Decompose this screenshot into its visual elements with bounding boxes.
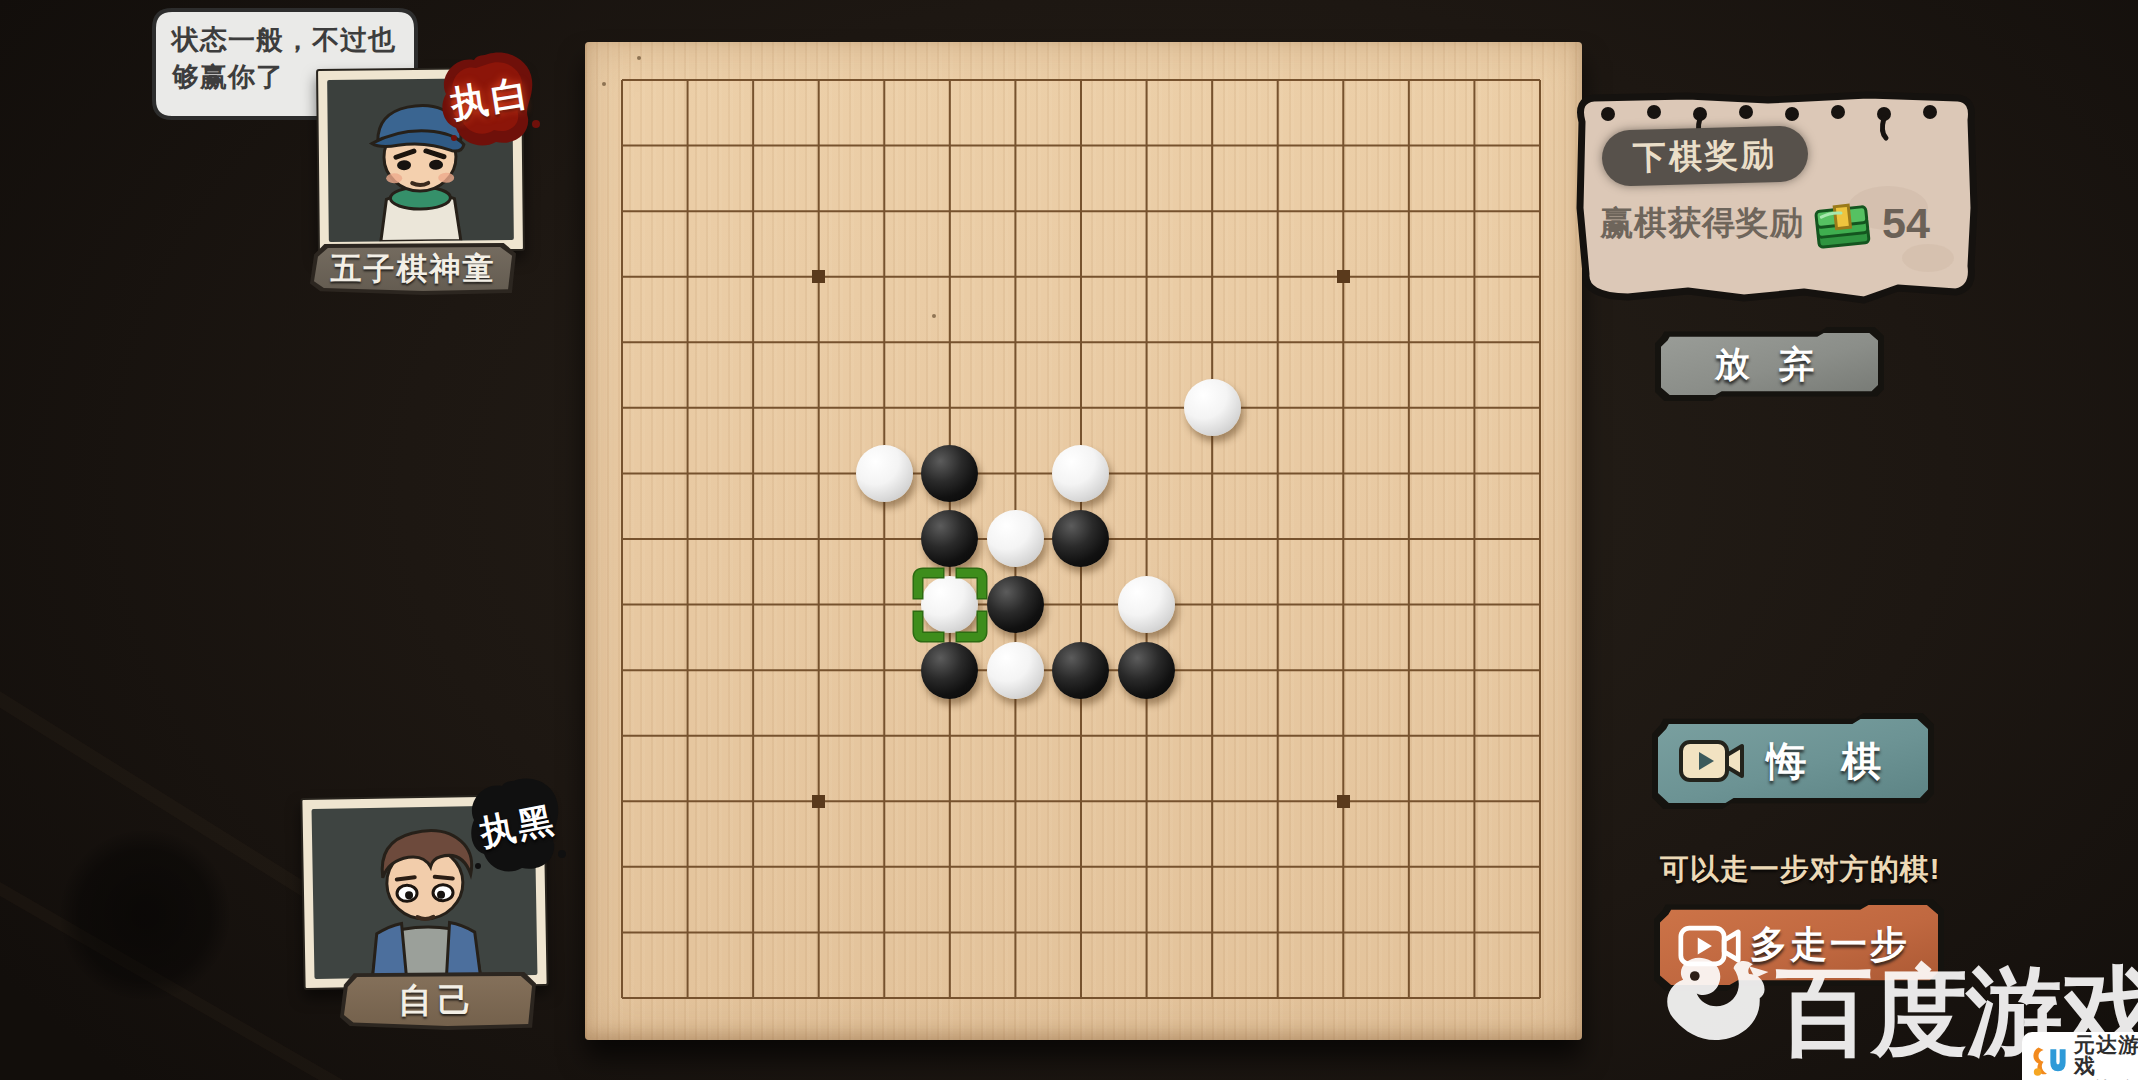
baidu-games-swan-logo xyxy=(1656,948,1782,1066)
white-stone xyxy=(1118,576,1175,633)
white-stone xyxy=(1052,445,1109,502)
white-stone xyxy=(987,642,1044,699)
extra-move-tip: 可以走一步对方的棋! xyxy=(1630,850,1970,890)
reward-panel: 下棋奖励 赢棋获得奖励 54 xyxy=(1568,88,1982,314)
yuanda-games-badge: 元达游戏 yuandafanmd.com xyxy=(2022,1032,2138,1080)
opponent-side-badge: 执白 xyxy=(436,50,546,148)
player-side-label: 执黑 xyxy=(457,767,578,885)
reward-amount: 54 xyxy=(1882,199,1930,248)
black-stone xyxy=(921,445,978,502)
white-stone xyxy=(1184,379,1241,436)
star-point xyxy=(1337,795,1350,808)
yu-logo xyxy=(2030,1041,2069,1080)
wood-speck xyxy=(602,82,606,86)
white-stone xyxy=(856,445,913,502)
player-side-badge: 执黑 xyxy=(466,776,570,876)
reward-row: 赢棋获得奖励 54 xyxy=(1600,192,1960,254)
black-stone xyxy=(1052,642,1109,699)
opponent-nameplate: 五子棋神童 xyxy=(310,243,516,295)
gomoku-board[interactable] xyxy=(585,42,1582,1040)
wood-speck xyxy=(932,314,936,318)
black-stone xyxy=(921,642,978,699)
game-screen: 状态一般，不过也 够赢你了 xyxy=(0,0,2138,1080)
player-nameplate: 自己 xyxy=(340,972,536,1030)
white-stone xyxy=(987,510,1044,567)
star-point xyxy=(812,270,825,283)
player-name: 自己 xyxy=(398,978,478,1024)
black-stone xyxy=(1118,642,1175,699)
speech-line-1: 状态一般，不过也 xyxy=(172,22,422,59)
wood-speck xyxy=(637,56,641,60)
last-move-marker xyxy=(911,566,989,644)
undo-move-button[interactable]: 悔 棋 xyxy=(1652,713,1934,809)
reward-title: 下棋奖励 xyxy=(1601,125,1808,186)
black-stone xyxy=(987,576,1044,633)
reward-label: 赢棋获得奖励 xyxy=(1600,201,1804,246)
ad-video-icon xyxy=(1678,737,1746,785)
give-up-button[interactable]: 放 弃 xyxy=(1655,327,1884,401)
badge-brand-name: 元达游戏 xyxy=(2074,1034,2138,1076)
opponent-side-label: 执白 xyxy=(429,42,553,156)
star-point xyxy=(1337,270,1350,283)
money-stack-icon xyxy=(1809,192,1875,254)
give-up-label: 放 弃 xyxy=(1655,327,1884,401)
star-point xyxy=(812,795,825,808)
background-gear-shape xyxy=(60,830,230,1000)
opponent-name: 五子棋神童 xyxy=(331,248,496,290)
